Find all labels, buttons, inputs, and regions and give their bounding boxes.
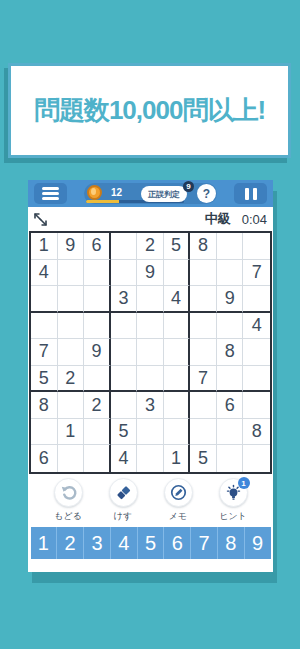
sudoku-cell-r3c3[interactable] <box>84 286 111 313</box>
sudoku-cell-r6c9[interactable] <box>243 366 270 393</box>
sudoku-cell-r1c5[interactable]: 2 <box>137 233 164 260</box>
sudoku-cell-r5c3[interactable]: 9 <box>84 339 111 366</box>
sudoku-cell-r5c2[interactable] <box>58 339 85 366</box>
sudoku-cell-r7c9[interactable] <box>243 392 270 419</box>
sudoku-cell-r2c3[interactable] <box>84 260 111 287</box>
undo-button[interactable]: もどる <box>41 478 96 523</box>
sudoku-cell-r5c7[interactable] <box>190 339 217 366</box>
sudoku-cell-r9c4[interactable]: 4 <box>111 445 138 472</box>
status-bar: 中級 0:04 <box>28 207 273 231</box>
memo-label: メモ <box>169 510 187 523</box>
difficulty-label: 中級 <box>205 210 231 228</box>
pencil-icon <box>170 484 187 501</box>
sudoku-cell-r7c8[interactable]: 6 <box>217 392 244 419</box>
sudoku-cell-r9c5[interactable] <box>137 445 164 472</box>
pause-button[interactable] <box>234 183 267 204</box>
hint-badge: 1 <box>238 477 250 489</box>
sudoku-cell-r8c3[interactable] <box>84 419 111 446</box>
sudoku-cell-r4c4[interactable] <box>111 313 138 340</box>
app-header: 12 正誤判定 9 ? <box>28 180 273 207</box>
sudoku-cell-r4c8[interactable] <box>217 313 244 340</box>
sudoku-cell-r1c8[interactable] <box>217 233 244 260</box>
sudoku-cell-r2c6[interactable] <box>164 260 191 287</box>
sudoku-cell-r5c8[interactable]: 8 <box>217 339 244 366</box>
coin-icon <box>87 185 102 200</box>
sudoku-cell-r3c9[interactable] <box>243 286 270 313</box>
sudoku-cell-r4c6[interactable] <box>164 313 191 340</box>
sudoku-cell-r1c6[interactable]: 5 <box>164 233 191 260</box>
sudoku-cell-r6c8[interactable] <box>217 366 244 393</box>
menu-button[interactable] <box>34 183 67 204</box>
eraser-icon <box>115 484 132 501</box>
numpad-button-4[interactable]: 4 <box>111 527 138 559</box>
sudoku-cell-r2c4[interactable] <box>111 260 138 287</box>
undo-icon <box>60 484 77 501</box>
undo-label: もどる <box>54 510 82 523</box>
sudoku-cell-r6c2[interactable]: 2 <box>58 366 85 393</box>
coin-count: 12 <box>111 187 122 198</box>
expand-arrows-icon[interactable] <box>32 211 49 228</box>
erase-label: けす <box>114 510 132 523</box>
sudoku-cell-r8c2[interactable]: 1 <box>58 419 85 446</box>
sudoku-cell-r1c4[interactable] <box>111 233 138 260</box>
sudoku-cell-r8c4[interactable]: 5 <box>111 419 138 446</box>
sudoku-cell-r9c7[interactable]: 5 <box>190 445 217 472</box>
sudoku-cell-r4c1[interactable] <box>31 313 58 340</box>
numpad-button-6[interactable]: 6 <box>164 527 191 559</box>
sudoku-cell-r8c1[interactable] <box>31 419 58 446</box>
sudoku-cell-r3c7[interactable] <box>190 286 217 313</box>
hint-button[interactable]: 1 ヒント <box>206 478 261 523</box>
sudoku-cell-r6c6[interactable] <box>164 366 191 393</box>
numpad-button-9[interactable]: 9 <box>245 527 271 559</box>
sudoku-cell-r1c3[interactable]: 6 <box>84 233 111 260</box>
numpad-button-2[interactable]: 2 <box>57 527 84 559</box>
sudoku-cell-r9c1[interactable]: 6 <box>31 445 58 472</box>
sudoku-cell-r7c5[interactable]: 3 <box>137 392 164 419</box>
sudoku-cell-r5c1[interactable]: 7 <box>31 339 58 366</box>
sudoku-grid: 196258497349479852782361586415 <box>29 231 272 474</box>
coin-progress-fill <box>86 200 119 203</box>
sudoku-cell-r4c2[interactable] <box>58 313 85 340</box>
sudoku-cell-r6c3[interactable] <box>84 366 111 393</box>
sudoku-cell-r3c6[interactable]: 4 <box>164 286 191 313</box>
erase-button[interactable]: けす <box>96 478 151 523</box>
sudoku-cell-r1c7[interactable]: 8 <box>190 233 217 260</box>
sudoku-cell-r3c8[interactable]: 9 <box>217 286 244 313</box>
sudoku-cell-r6c5[interactable] <box>137 366 164 393</box>
numpad-button-1[interactable]: 1 <box>31 527 58 559</box>
sudoku-cell-r4c9[interactable]: 4 <box>243 313 270 340</box>
numpad-button-3[interactable]: 3 <box>84 527 111 559</box>
sudoku-cell-r8c7[interactable] <box>190 419 217 446</box>
sudoku-cell-r2c9[interactable]: 7 <box>243 260 270 287</box>
sudoku-cell-r5c6[interactable] <box>164 339 191 366</box>
numpad-button-8[interactable]: 8 <box>218 527 245 559</box>
sudoku-cell-r7c1[interactable]: 8 <box>31 392 58 419</box>
sudoku-cell-r9c6[interactable]: 1 <box>164 445 191 472</box>
sudoku-cell-r9c8[interactable] <box>217 445 244 472</box>
numpad-button-5[interactable]: 5 <box>138 527 165 559</box>
sudoku-cell-r2c1[interactable]: 4 <box>31 260 58 287</box>
promo-banner-text: 問題数10,000問以上! <box>34 93 265 128</box>
sudoku-cell-r4c3[interactable] <box>84 313 111 340</box>
check-answer-badge: 9 <box>183 181 194 192</box>
sudoku-cell-r2c5[interactable]: 9 <box>137 260 164 287</box>
sudoku-cell-r5c5[interactable] <box>137 339 164 366</box>
help-button[interactable]: ? <box>197 184 216 203</box>
sudoku-cell-r3c5[interactable] <box>137 286 164 313</box>
sudoku-cell-r4c5[interactable] <box>137 313 164 340</box>
sudoku-cell-r7c4[interactable] <box>111 392 138 419</box>
sudoku-cell-r8c5[interactable] <box>137 419 164 446</box>
sudoku-cell-r7c2[interactable] <box>58 392 85 419</box>
sudoku-cell-r5c9[interactable] <box>243 339 270 366</box>
number-pad: 123456789 <box>31 527 271 559</box>
sudoku-cell-r9c9[interactable] <box>243 445 270 472</box>
sudoku-cell-r7c7[interactable] <box>190 392 217 419</box>
sudoku-cell-r7c6[interactable] <box>164 392 191 419</box>
sudoku-cell-r2c8[interactable] <box>217 260 244 287</box>
coin-status-group: 12 正誤判定 9 ? <box>84 183 217 204</box>
toolbar: もどる けす メモ <box>28 478 273 523</box>
sudoku-cell-r1c1[interactable]: 1 <box>31 233 58 260</box>
timer: 0:04 <box>242 212 267 227</box>
sudoku-cell-r6c7[interactable]: 7 <box>190 366 217 393</box>
sudoku-cell-r9c2[interactable] <box>58 445 85 472</box>
sudoku-cell-r8c9[interactable]: 8 <box>243 419 270 446</box>
numpad-button-7[interactable]: 7 <box>191 527 218 559</box>
sudoku-cell-r4c7[interactable] <box>190 313 217 340</box>
memo-button[interactable]: メモ <box>151 478 206 523</box>
sudoku-cell-r9c3[interactable] <box>84 445 111 472</box>
sudoku-cell-r1c2[interactable]: 9 <box>58 233 85 260</box>
sudoku-cell-r8c6[interactable] <box>164 419 191 446</box>
check-answer-button[interactable]: 正誤判定 <box>141 186 187 202</box>
sudoku-cell-r3c4[interactable]: 3 <box>111 286 138 313</box>
sudoku-cell-r7c3[interactable]: 2 <box>84 392 111 419</box>
sudoku-cell-r8c8[interactable] <box>217 419 244 446</box>
sudoku-cell-r2c7[interactable] <box>190 260 217 287</box>
promo-banner: 問題数10,000問以上! <box>8 63 291 158</box>
hint-label: ヒント <box>219 510 247 523</box>
sudoku-cell-r3c2[interactable] <box>58 286 85 313</box>
sudoku-cell-r3c1[interactable] <box>31 286 58 313</box>
sudoku-cell-r6c4[interactable] <box>111 366 138 393</box>
sudoku-cell-r1c9[interactable] <box>243 233 270 260</box>
sudoku-cell-r2c2[interactable] <box>58 260 85 287</box>
sudoku-app: 12 正誤判定 9 ? 中級 0:04 19625849734947985278… <box>28 180 273 572</box>
sudoku-cell-r6c1[interactable]: 5 <box>31 366 58 393</box>
sudoku-cell-r5c4[interactable] <box>111 339 138 366</box>
